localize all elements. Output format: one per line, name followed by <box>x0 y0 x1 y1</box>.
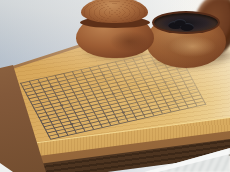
grid-cell <box>195 101 205 106</box>
left-go-bowl-closed <box>76 0 154 60</box>
left-bowl-lid <box>81 0 148 23</box>
black-stone-in-bowl <box>174 19 186 26</box>
right-go-bowl-open <box>146 6 226 68</box>
right-bowl-opening <box>152 11 220 34</box>
goban-photo-scene: Empty 19x19 go board (goban) with no sto… <box>0 0 230 172</box>
